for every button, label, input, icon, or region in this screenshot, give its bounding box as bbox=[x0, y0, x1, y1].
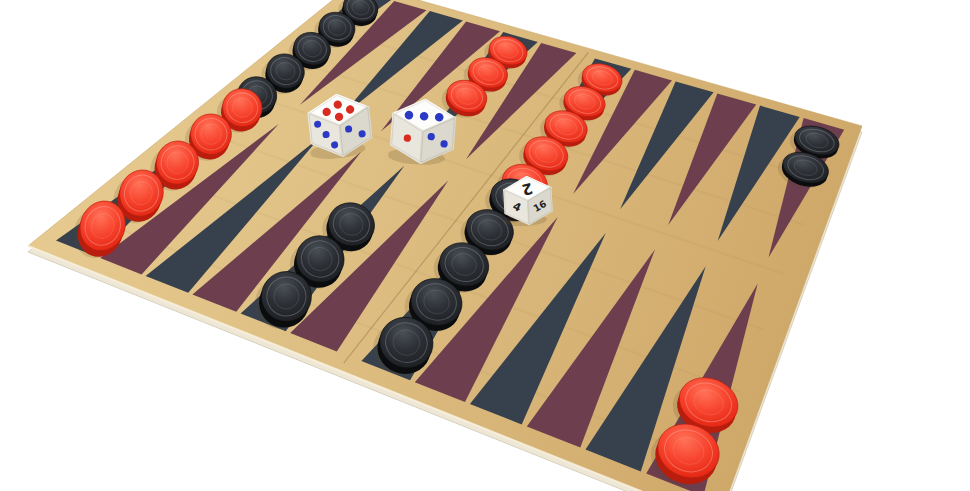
die-1[interactable] bbox=[305, 91, 375, 161]
die-2[interactable] bbox=[388, 97, 458, 167]
doubling-cube[interactable]: 2416 bbox=[502, 175, 555, 228]
backgammon-board bbox=[0, 0, 970, 491]
backgammon-photo-scene: Angled overhead photo of a wooden travel… bbox=[0, 0, 970, 491]
